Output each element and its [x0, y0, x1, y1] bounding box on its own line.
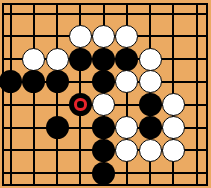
black-stone	[92, 116, 115, 139]
board-point	[45, 70, 68, 93]
board-point	[69, 93, 92, 116]
board-point	[22, 25, 45, 48]
black-stone	[92, 162, 115, 185]
board-point	[185, 70, 208, 93]
board-point	[69, 25, 92, 48]
board-point	[162, 70, 185, 93]
board-point	[22, 139, 45, 162]
black-stone	[69, 48, 92, 71]
board-point	[22, 162, 45, 185]
white-stone	[46, 48, 69, 71]
white-stone	[92, 25, 115, 48]
go-board-diagram	[0, 0, 211, 188]
black-stone	[46, 116, 69, 139]
white-stone	[139, 139, 162, 162]
board-point	[69, 162, 92, 185]
board-point	[162, 48, 185, 71]
board-point	[138, 2, 161, 25]
board-point	[185, 93, 208, 116]
board-point	[0, 2, 22, 25]
board-point	[185, 48, 208, 71]
board-point	[69, 70, 92, 93]
board-point	[0, 48, 22, 71]
black-stone	[115, 48, 138, 71]
board-point	[92, 139, 115, 162]
white-stone	[162, 139, 185, 162]
board-point	[69, 139, 92, 162]
board-point	[115, 2, 138, 25]
white-stone	[22, 48, 45, 71]
black-stone-marked	[69, 93, 92, 116]
board-point	[0, 139, 22, 162]
board-point	[0, 116, 22, 139]
board-point	[0, 25, 22, 48]
board-point	[45, 116, 68, 139]
board-point	[22, 70, 45, 93]
board-point	[115, 70, 138, 93]
white-stone	[139, 70, 162, 93]
board-point	[92, 116, 115, 139]
board-point	[138, 162, 161, 185]
board-point	[45, 162, 68, 185]
board-point	[115, 116, 138, 139]
board-point	[185, 139, 208, 162]
board-point	[22, 48, 45, 71]
board-point	[92, 25, 115, 48]
white-stone	[115, 116, 138, 139]
board-point	[92, 70, 115, 93]
black-stone	[0, 70, 22, 93]
board-point	[22, 2, 45, 25]
board-point	[45, 93, 68, 116]
board-point	[115, 48, 138, 71]
black-stone	[139, 93, 162, 116]
board-point	[138, 25, 161, 48]
board-point	[92, 48, 115, 71]
white-stone	[162, 93, 185, 116]
board-point	[69, 116, 92, 139]
circle-marker-icon	[74, 98, 87, 111]
black-stone	[92, 139, 115, 162]
board-point	[45, 2, 68, 25]
board-point	[0, 93, 22, 116]
board-point	[92, 2, 115, 25]
white-stone	[162, 116, 185, 139]
board-point	[162, 139, 185, 162]
board-point	[92, 93, 115, 116]
board-point	[185, 2, 208, 25]
board-point	[162, 116, 185, 139]
board-point	[138, 93, 161, 116]
board-point	[138, 116, 161, 139]
board-point	[92, 162, 115, 185]
white-stone	[115, 139, 138, 162]
board-point	[138, 70, 161, 93]
black-stone	[46, 70, 69, 93]
black-stone	[92, 48, 115, 71]
board-point	[0, 70, 22, 93]
board-point	[162, 25, 185, 48]
white-stone	[115, 70, 138, 93]
white-stone	[115, 25, 138, 48]
stone-grid	[0, 2, 208, 184]
board-point	[185, 162, 208, 185]
black-stone	[139, 116, 162, 139]
board-point	[115, 139, 138, 162]
board-point	[69, 48, 92, 71]
board-point	[115, 93, 138, 116]
board-point	[115, 162, 138, 185]
board-point	[185, 25, 208, 48]
board-point	[45, 139, 68, 162]
board-point	[22, 93, 45, 116]
white-stone	[69, 25, 92, 48]
board-point	[115, 25, 138, 48]
black-stone	[92, 70, 115, 93]
white-stone	[92, 93, 115, 116]
white-stone	[139, 48, 162, 71]
board-point	[69, 2, 92, 25]
board-point	[45, 25, 68, 48]
board-point	[138, 48, 161, 71]
board-point	[162, 2, 185, 25]
black-stone	[22, 70, 45, 93]
board-point	[162, 93, 185, 116]
board-point	[0, 162, 22, 185]
board-point	[138, 139, 161, 162]
board-point	[162, 162, 185, 185]
board-point	[185, 116, 208, 139]
board-point	[45, 48, 68, 71]
board-point	[22, 116, 45, 139]
